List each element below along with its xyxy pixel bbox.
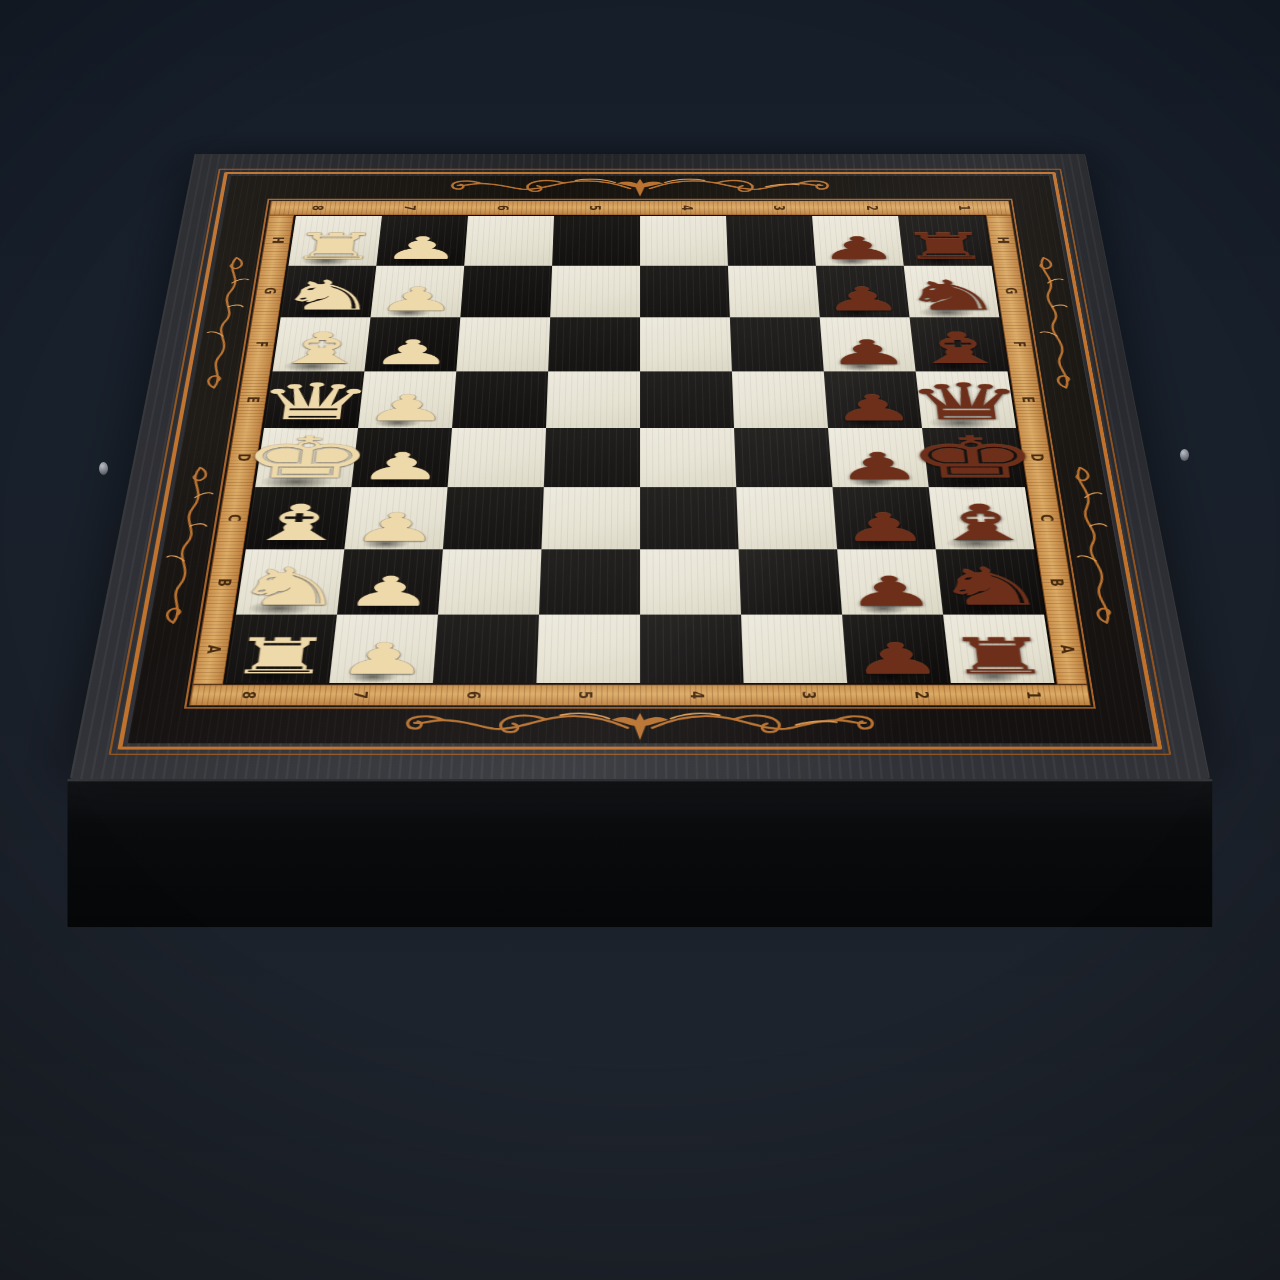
board-square	[329, 615, 438, 684]
board-square	[832, 487, 935, 549]
scrollwork-flourish-bottom	[223, 708, 1057, 745]
coordinate-label: 1	[948, 201, 979, 215]
board-square	[550, 266, 640, 318]
piece-black-pawn: ♟	[817, 233, 900, 264]
product-photo: 87654321 87654321 HGFEDCBA HGFEDCBA ♜♞♝♚…	[0, 0, 1280, 1280]
board-square	[640, 615, 744, 684]
board-square	[438, 549, 541, 614]
piece-white-knight: ♞	[273, 275, 382, 316]
coordinate-label: 8	[301, 201, 332, 215]
board-square	[736, 487, 837, 549]
flourish-ornament-icon	[386, 177, 895, 199]
box-hinge-right	[1180, 449, 1189, 461]
piece-white-pawn: ♟	[380, 233, 463, 264]
piece-black-bishop: ♝	[903, 327, 1015, 370]
piece-white-pawn: ♟	[368, 335, 455, 369]
coordinate-label: 6	[488, 201, 515, 215]
coordinate-label: 4	[674, 201, 699, 215]
board-square	[226, 615, 337, 684]
board-square	[539, 549, 640, 614]
board-square	[640, 266, 730, 318]
board-square	[842, 615, 951, 684]
board-square	[337, 549, 443, 614]
board-square	[456, 317, 550, 371]
board-square	[936, 549, 1044, 614]
board-square	[344, 487, 447, 549]
box-front-face	[68, 779, 1213, 927]
board-square	[552, 216, 640, 266]
piece-black-knight: ♞	[897, 275, 1006, 316]
coordinate-label: 2	[857, 201, 886, 215]
scrollwork-flourish-top	[304, 176, 976, 200]
board-square	[640, 549, 741, 614]
chess-board: 87654321 87654321 HGFEDCBA HGFEDCBA ♜♞♝♚…	[70, 154, 1210, 779]
box-hinge-left	[99, 462, 108, 475]
board-square	[464, 216, 554, 266]
board-square	[546, 371, 640, 428]
coordinate-strip-top: 87654321	[269, 201, 1012, 215]
piece-black-pawn: ♟	[821, 283, 906, 316]
board-square	[741, 615, 847, 684]
piece-white-queen: ♛	[250, 377, 377, 427]
board-square	[640, 487, 739, 549]
board-square	[726, 216, 816, 266]
board-square	[460, 266, 552, 318]
chess-set-scene: 87654321 87654321 HGFEDCBA HGFEDCBA ♜♞♝♚…	[140, 0, 1140, 928]
board-square	[541, 487, 640, 549]
board-square	[640, 216, 728, 266]
board-square	[536, 615, 640, 684]
board-square	[640, 317, 732, 371]
board-square	[452, 371, 548, 428]
piece-white-bishop: ♝	[265, 327, 377, 370]
board-square	[739, 549, 842, 614]
board-square	[236, 549, 344, 614]
piece-white-pawn: ♟	[374, 283, 459, 316]
board-square	[730, 317, 824, 371]
board-square	[837, 549, 943, 614]
piece-black-pawn: ♟	[825, 335, 912, 369]
board-square	[548, 317, 640, 371]
board-square	[443, 487, 544, 549]
coordinate-label: 5	[581, 201, 606, 215]
coordinate-label: 3	[765, 201, 792, 215]
board-square	[640, 371, 734, 428]
piece-black-queen: ♛	[903, 377, 1030, 427]
board-square	[732, 371, 828, 428]
board-square	[728, 266, 820, 318]
piece-white-rook: ♜	[286, 228, 382, 264]
board-square	[943, 615, 1054, 684]
piece-black-rook: ♜	[897, 228, 993, 264]
board-square	[433, 615, 539, 684]
piece-white-pawn: ♟	[362, 390, 451, 426]
coordinate-label: 7	[395, 201, 424, 215]
